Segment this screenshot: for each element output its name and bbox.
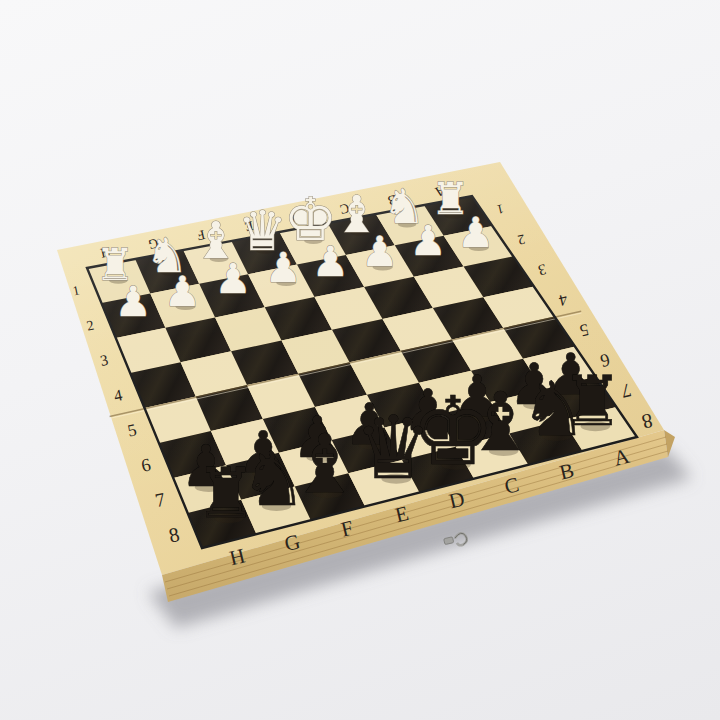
- piece-white-pawn-d2[interactable]: ♟: [312, 237, 349, 286]
- chessboard: 1122334455667788HHGGFFEEDDCCBBAA♜♞♝♚♟♛♟♝…: [0, 0, 720, 720]
- chess-set-photo: 1122334455667788HHGGFFEEDDCCBBAA♜♞♝♚♟♛♟♝…: [0, 0, 720, 720]
- piece-white-pawn-a2[interactable]: ♟: [457, 208, 494, 257]
- piece-white-pawn-f2[interactable]: ♟: [214, 255, 251, 303]
- piece-white-pawn-b2[interactable]: ♟: [409, 216, 446, 265]
- piece-white-pawn-e2[interactable]: ♟: [265, 244, 302, 292]
- piece-black-queen-e8[interactable]: ♛: [354, 397, 432, 499]
- piece-white-pawn-h2[interactable]: ♟: [115, 277, 152, 326]
- piece-white-pawn-g2[interactable]: ♟: [164, 267, 201, 316]
- piece-black-rook-h8[interactable]: ♜: [195, 453, 257, 533]
- piece-white-pawn-c2[interactable]: ♟: [361, 227, 398, 276]
